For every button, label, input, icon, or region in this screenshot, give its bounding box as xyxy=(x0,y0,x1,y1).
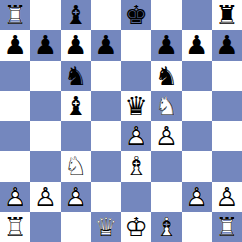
square-d4[interactable] xyxy=(91,121,121,151)
square-h3[interactable] xyxy=(212,151,242,181)
square-b3[interactable] xyxy=(30,151,60,181)
square-d3[interactable] xyxy=(91,151,121,181)
square-b8[interactable] xyxy=(30,0,60,30)
square-a5[interactable] xyxy=(0,91,30,121)
black-pawn-icon: ♟ xyxy=(34,32,57,58)
square-d1[interactable]: ♛♕ xyxy=(91,212,121,242)
black-pawn-icon: ♟ xyxy=(215,32,238,58)
square-g2[interactable]: ♟♙ xyxy=(182,182,212,212)
square-d8[interactable] xyxy=(91,0,121,30)
square-h8[interactable]: ♜ xyxy=(212,0,242,30)
square-g4[interactable] xyxy=(182,121,212,151)
square-g3[interactable] xyxy=(182,151,212,181)
square-a3[interactable] xyxy=(0,151,30,181)
white-knight-icon: ♞♘ xyxy=(155,93,178,119)
square-a2[interactable]: ♟♙ xyxy=(0,182,30,212)
black-pawn-icon: ♟ xyxy=(185,32,208,58)
square-f7[interactable]: ♟ xyxy=(151,30,181,60)
square-g8[interactable] xyxy=(182,0,212,30)
square-a8[interactable]: ♜♖ xyxy=(0,0,30,30)
square-b4[interactable] xyxy=(30,121,60,151)
square-d7[interactable]: ♟ xyxy=(91,30,121,60)
square-d2[interactable] xyxy=(91,182,121,212)
white-bishop-icon: ♝♗ xyxy=(155,214,178,240)
square-h6[interactable] xyxy=(212,61,242,91)
square-a1[interactable]: ♜♖ xyxy=(0,212,30,242)
square-f8[interactable] xyxy=(151,0,181,30)
black-pawn-icon: ♟ xyxy=(64,32,87,58)
white-king-icon: ♚♔ xyxy=(124,214,147,240)
square-c2[interactable]: ♟♙ xyxy=(61,182,91,212)
square-f5[interactable]: ♞♘ xyxy=(151,91,181,121)
square-b2[interactable]: ♟♙ xyxy=(30,182,60,212)
white-pawn-icon: ♟♙ xyxy=(34,184,57,210)
square-c7[interactable]: ♟ xyxy=(61,30,91,60)
square-a6[interactable] xyxy=(0,61,30,91)
square-e5[interactable]: ♛ xyxy=(121,91,151,121)
black-knight-icon: ♞ xyxy=(64,63,87,89)
square-c8[interactable]: ♝ xyxy=(61,0,91,30)
square-g5[interactable] xyxy=(182,91,212,121)
white-rook-icon: ♜♖ xyxy=(3,214,26,240)
black-rook-icon: ♜ xyxy=(215,2,238,28)
black-bishop-icon: ♝ xyxy=(64,2,87,28)
black-pawn-icon: ♟ xyxy=(94,32,117,58)
black-pawn-icon: ♟ xyxy=(3,32,26,58)
black-king-icon: ♚ xyxy=(124,2,147,28)
square-h7[interactable]: ♟ xyxy=(212,30,242,60)
square-d6[interactable] xyxy=(91,61,121,91)
square-g1[interactable] xyxy=(182,212,212,242)
square-c4[interactable] xyxy=(61,121,91,151)
square-b5[interactable] xyxy=(30,91,60,121)
square-h1[interactable]: ♜♖ xyxy=(212,212,242,242)
square-g7[interactable]: ♟ xyxy=(182,30,212,60)
white-pawn-icon: ♟♙ xyxy=(64,184,87,210)
square-b7[interactable]: ♟ xyxy=(30,30,60,60)
white-rook-icon: ♜♖ xyxy=(3,2,26,28)
square-a7[interactable]: ♟ xyxy=(0,30,30,60)
black-bishop-icon: ♝ xyxy=(64,93,87,119)
white-pawn-icon: ♟♙ xyxy=(185,184,208,210)
square-h5[interactable] xyxy=(212,91,242,121)
square-b6[interactable] xyxy=(30,61,60,91)
square-a4[interactable] xyxy=(0,121,30,151)
square-c3[interactable]: ♞♘ xyxy=(61,151,91,181)
square-b1[interactable] xyxy=(30,212,60,242)
square-c5[interactable]: ♝ xyxy=(61,91,91,121)
square-e4[interactable]: ♟♙ xyxy=(121,121,151,151)
square-f6[interactable]: ♞ xyxy=(151,61,181,91)
square-h2[interactable]: ♟♙ xyxy=(212,182,242,212)
square-f4[interactable]: ♟♙ xyxy=(151,121,181,151)
square-c6[interactable]: ♞ xyxy=(61,61,91,91)
square-c1[interactable] xyxy=(61,212,91,242)
square-f3[interactable] xyxy=(151,151,181,181)
square-d5[interactable] xyxy=(91,91,121,121)
square-e8[interactable]: ♚ xyxy=(121,0,151,30)
square-g6[interactable] xyxy=(182,61,212,91)
black-queen-icon: ♛ xyxy=(124,93,147,119)
white-pawn-icon: ♟♙ xyxy=(215,184,238,210)
square-e7[interactable] xyxy=(121,30,151,60)
square-e1[interactable]: ♚♔ xyxy=(121,212,151,242)
white-pawn-icon: ♟♙ xyxy=(3,184,26,210)
white-pawn-icon: ♟♙ xyxy=(124,123,147,149)
white-rook-icon: ♜♖ xyxy=(215,214,238,240)
white-knight-icon: ♞♘ xyxy=(64,153,87,179)
square-h4[interactable] xyxy=(212,121,242,151)
black-pawn-icon: ♟ xyxy=(155,32,178,58)
square-e6[interactable] xyxy=(121,61,151,91)
white-bishop-icon: ♝♗ xyxy=(124,153,147,179)
square-f1[interactable]: ♝♗ xyxy=(151,212,181,242)
chess-board: ♜♖♝♚♜♟♟♟♟♟♟♟♞♞♝♛♞♘♟♙♟♙♞♘♝♗♟♙♟♙♟♙♟♙♟♙♜♖♛♕… xyxy=(0,0,242,242)
square-f2[interactable] xyxy=(151,182,181,212)
black-knight-icon: ♞ xyxy=(155,63,178,89)
square-e2[interactable] xyxy=(121,182,151,212)
square-e3[interactable]: ♝♗ xyxy=(121,151,151,181)
white-pawn-icon: ♟♙ xyxy=(155,123,178,149)
white-queen-icon: ♛♕ xyxy=(94,214,117,240)
